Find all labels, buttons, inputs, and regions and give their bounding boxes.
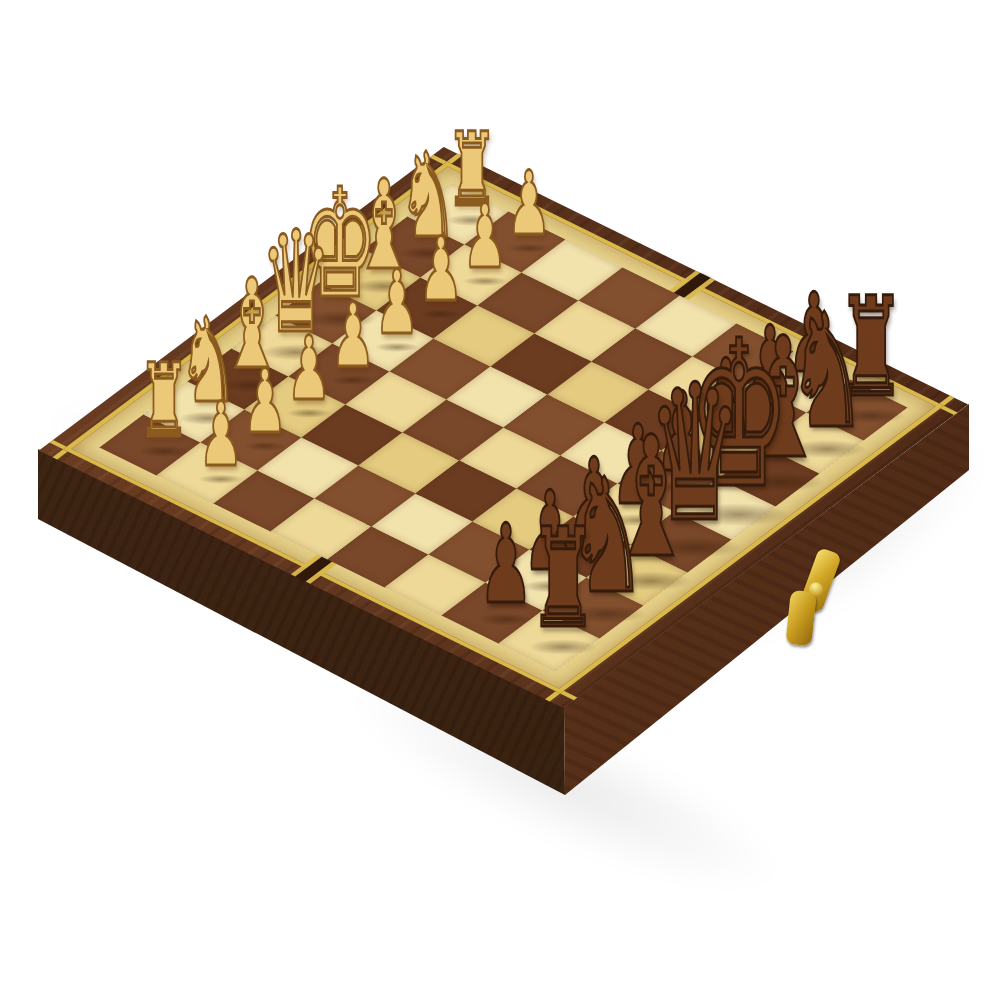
product-photo-scene: ♜♞♝♛♚♝♞♜♟♟♟♟♟♟♟♟♟♟♟♟♟♟♟♟♜♞♝♛♚♝♞♜ Chess r… xyxy=(0,0,1000,1000)
clasp-hook xyxy=(785,590,817,646)
